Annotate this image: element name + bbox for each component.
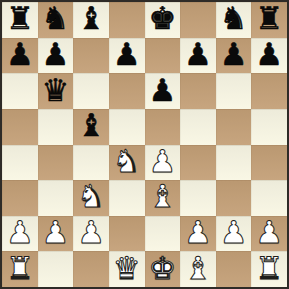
white-pawn-piece[interactable]: ♟: [77, 217, 105, 248]
square-e5[interactable]: [145, 109, 181, 145]
square-a5[interactable]: [2, 109, 38, 145]
square-d6[interactable]: [109, 73, 145, 109]
white-rook-piece[interactable]: ♜: [255, 253, 283, 284]
square-f4[interactable]: [180, 145, 216, 181]
square-h4[interactable]: [251, 145, 287, 181]
square-b8[interactable]: ♞: [38, 2, 74, 38]
square-a2[interactable]: ♟: [2, 216, 38, 252]
square-f5[interactable]: [180, 109, 216, 145]
square-g2[interactable]: ♟: [216, 216, 252, 252]
square-b4[interactable]: [38, 145, 74, 181]
square-a1[interactable]: ♜: [2, 251, 38, 287]
square-h1[interactable]: ♜: [251, 251, 287, 287]
white-king-piece[interactable]: ♚: [148, 253, 176, 284]
square-g6[interactable]: [216, 73, 252, 109]
square-c6[interactable]: [73, 73, 109, 109]
square-h8[interactable]: ♜: [251, 2, 287, 38]
square-d2[interactable]: [109, 216, 145, 252]
white-queen-piece[interactable]: ♛: [113, 253, 141, 284]
square-e2[interactable]: [145, 216, 181, 252]
square-e3[interactable]: ♝: [145, 180, 181, 216]
white-pawn-piece[interactable]: ♟: [184, 217, 212, 248]
square-f3[interactable]: [180, 180, 216, 216]
black-bishop-piece[interactable]: ♝: [77, 110, 105, 141]
square-f8[interactable]: [180, 2, 216, 38]
square-h2[interactable]: ♟: [251, 216, 287, 252]
white-pawn-piece[interactable]: ♟: [6, 217, 34, 248]
square-b3[interactable]: [38, 180, 74, 216]
square-b7[interactable]: ♟: [38, 38, 74, 74]
black-pawn-piece[interactable]: ♟: [255, 39, 283, 70]
square-h5[interactable]: [251, 109, 287, 145]
square-a8[interactable]: ♜: [2, 2, 38, 38]
square-c8[interactable]: ♝: [73, 2, 109, 38]
square-a4[interactable]: [2, 145, 38, 181]
black-rook-piece[interactable]: ♜: [255, 3, 283, 34]
black-pawn-piece[interactable]: ♟: [42, 39, 70, 70]
square-g1[interactable]: [216, 251, 252, 287]
square-d7[interactable]: ♟: [109, 38, 145, 74]
black-pawn-piece[interactable]: ♟: [113, 39, 141, 70]
square-h3[interactable]: [251, 180, 287, 216]
white-pawn-piece[interactable]: ♟: [220, 217, 248, 248]
square-d3[interactable]: [109, 180, 145, 216]
square-g4[interactable]: [216, 145, 252, 181]
black-queen-piece[interactable]: ♛: [42, 75, 70, 106]
square-e6[interactable]: ♟: [145, 73, 181, 109]
square-c1[interactable]: [73, 251, 109, 287]
square-g7[interactable]: ♟: [216, 38, 252, 74]
black-king-piece[interactable]: ♚: [148, 3, 176, 34]
white-bishop-piece[interactable]: ♝: [184, 253, 212, 284]
white-bishop-piece[interactable]: ♝: [148, 181, 176, 212]
square-h7[interactable]: ♟: [251, 38, 287, 74]
square-d5[interactable]: [109, 109, 145, 145]
white-pawn-piece[interactable]: ♟: [42, 217, 70, 248]
square-e1[interactable]: ♚: [145, 251, 181, 287]
black-bishop-piece[interactable]: ♝: [77, 3, 105, 34]
square-d4[interactable]: ♞: [109, 145, 145, 181]
square-a6[interactable]: [2, 73, 38, 109]
square-g5[interactable]: [216, 109, 252, 145]
white-pawn-piece[interactable]: ♟: [148, 146, 176, 177]
black-pawn-piece[interactable]: ♟: [220, 39, 248, 70]
square-b2[interactable]: ♟: [38, 216, 74, 252]
square-f7[interactable]: ♟: [180, 38, 216, 74]
square-c7[interactable]: [73, 38, 109, 74]
square-f6[interactable]: [180, 73, 216, 109]
white-knight-piece[interactable]: ♞: [77, 181, 105, 212]
square-a7[interactable]: ♟: [2, 38, 38, 74]
square-g8[interactable]: ♞: [216, 2, 252, 38]
square-e7[interactable]: [145, 38, 181, 74]
square-e4[interactable]: ♟: [145, 145, 181, 181]
black-rook-piece[interactable]: ♜: [6, 3, 34, 34]
white-rook-piece[interactable]: ♜: [6, 253, 34, 284]
square-e8[interactable]: ♚: [145, 2, 181, 38]
square-h6[interactable]: [251, 73, 287, 109]
black-pawn-piece[interactable]: ♟: [6, 39, 34, 70]
square-a3[interactable]: [2, 180, 38, 216]
square-c3[interactable]: ♞: [73, 180, 109, 216]
black-pawn-piece[interactable]: ♟: [148, 75, 176, 106]
chess-board: ♜♞♝♚♞♜♟♟♟♟♟♟♛♟♝♞♟♞♝♟♟♟♟♟♟♜♛♚♝♜: [0, 0, 289, 289]
white-knight-piece[interactable]: ♞: [113, 146, 141, 177]
square-f2[interactable]: ♟: [180, 216, 216, 252]
square-b5[interactable]: [38, 109, 74, 145]
square-d1[interactable]: ♛: [109, 251, 145, 287]
white-pawn-piece[interactable]: ♟: [255, 217, 283, 248]
square-c4[interactable]: [73, 145, 109, 181]
black-knight-piece[interactable]: ♞: [220, 3, 248, 34]
black-knight-piece[interactable]: ♞: [42, 3, 70, 34]
square-g3[interactable]: [216, 180, 252, 216]
square-b1[interactable]: [38, 251, 74, 287]
square-b6[interactable]: ♛: [38, 73, 74, 109]
square-c5[interactable]: ♝: [73, 109, 109, 145]
black-pawn-piece[interactable]: ♟: [184, 39, 212, 70]
square-c2[interactable]: ♟: [73, 216, 109, 252]
square-f1[interactable]: ♝: [180, 251, 216, 287]
square-d8[interactable]: [109, 2, 145, 38]
